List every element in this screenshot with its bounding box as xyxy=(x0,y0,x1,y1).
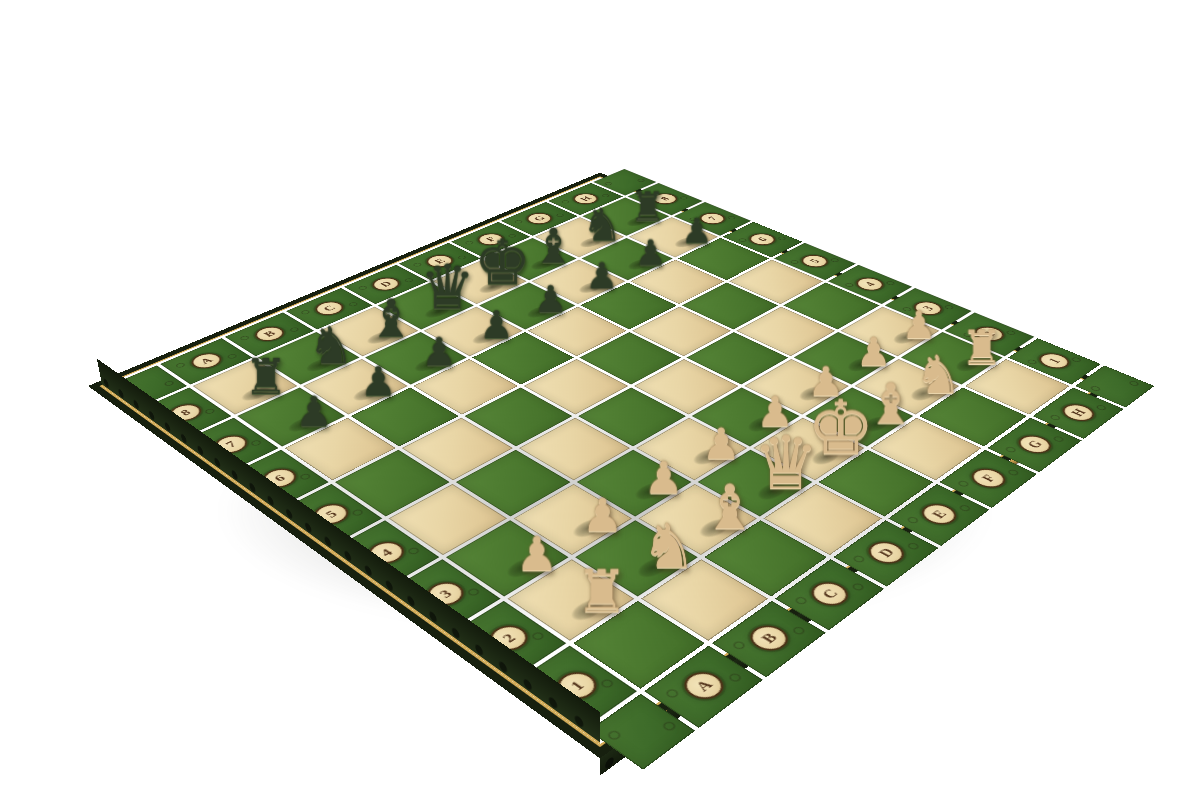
file-label-front-h-medallion: H xyxy=(1057,401,1101,425)
piece-green-pawn-g7[interactable]: ♟ xyxy=(635,236,667,270)
piece-green-king-e8[interactable]: ♚ xyxy=(473,232,530,292)
piece-wood-pawn-h3[interactable]: ♟ xyxy=(902,307,936,343)
file-label-back-a-medallion: A xyxy=(186,350,227,371)
rank-label-right-5-medallion: 5 xyxy=(796,253,833,270)
file-label-front-a-medallion: A xyxy=(676,667,731,705)
piece-green-pawn-h7[interactable]: ♟ xyxy=(681,214,712,247)
piece-wood-pawn-d3[interactable]: ♟ xyxy=(702,423,741,464)
piece-wood-pawn-b3[interactable]: ♟ xyxy=(582,493,623,537)
piece-green-pawn-b7[interactable]: ♟ xyxy=(360,362,396,401)
piece-green-rook-a8[interactable]: ♜ xyxy=(245,354,289,400)
piece-wood-queen-d2[interactable]: ♛ xyxy=(754,429,820,499)
rank-label-right-1-medallion: 1 xyxy=(1034,350,1075,371)
piece-green-knight-b8[interactable]: ♞ xyxy=(308,322,354,371)
piece-green-rook-h8[interactable]: ♜ xyxy=(630,188,666,226)
piece-wood-knight-g2[interactable]: ♞ xyxy=(914,350,961,400)
piece-wood-rook-h2[interactable]: ♜ xyxy=(961,326,1003,371)
piece-green-bishop-f8[interactable]: ♝ xyxy=(532,224,575,269)
piece-wood-pawn-g3[interactable]: ♟ xyxy=(856,333,891,370)
rank-label-right-6-medallion: 6 xyxy=(744,231,780,247)
piece-green-pawn-c7[interactable]: ♟ xyxy=(421,333,456,370)
file-label-front-f-medallion: F xyxy=(965,465,1011,492)
piece-green-knight-g8[interactable]: ♞ xyxy=(582,204,622,247)
piece-green-pawn-f7[interactable]: ♟ xyxy=(586,258,619,292)
piece-wood-pawn-a3[interactable]: ♟ xyxy=(516,531,559,576)
piece-green-pawn-d7[interactable]: ♟ xyxy=(479,307,513,343)
file-label-front-c-medallion: C xyxy=(804,578,855,611)
piece-green-bishop-c8[interactable]: ♝ xyxy=(368,294,414,343)
piece-wood-knight-b2[interactable]: ♞ xyxy=(640,518,696,577)
piece-green-pawn-e7[interactable]: ♟ xyxy=(534,282,567,317)
file-label-front-d-medallion: D xyxy=(861,537,910,568)
piece-wood-bishop-c2[interactable]: ♝ xyxy=(701,477,757,536)
file-label-front-g-medallion: G xyxy=(1012,432,1057,457)
photo-stage: ABCDEFGH8♜♞♝♛♚♝♞♜87♟♟♟♟♟♟♟♟76655443♟♟♟♟♟… xyxy=(0,0,1200,800)
piece-wood-pawn-c3[interactable]: ♟ xyxy=(644,457,684,499)
piece-green-pawn-a7[interactable]: ♟ xyxy=(295,391,332,431)
file-label-front-e-medallion: E xyxy=(915,500,963,529)
file-label-front-b-medallion: B xyxy=(743,621,796,656)
piece-green-queen-d8[interactable]: ♛ xyxy=(420,259,475,317)
file-label-back-c-medallion: C xyxy=(310,299,349,318)
rank-label-right-4-medallion: 4 xyxy=(851,275,889,293)
file-label-back-b-medallion: B xyxy=(249,324,289,344)
piece-wood-rook-a2[interactable]: ♜ xyxy=(576,563,629,619)
